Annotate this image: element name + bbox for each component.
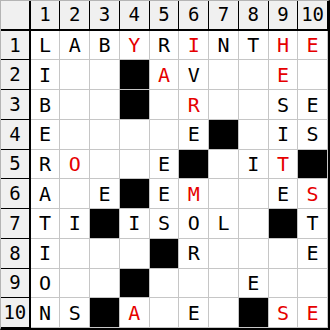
row-header-1: 1 (1, 31, 31, 61)
row-header-7: 7 (1, 209, 31, 239)
grid-cell-r8-c9[interactable] (269, 239, 299, 269)
grid-cell-r2-c5[interactable]: A (150, 60, 180, 90)
col-header-3: 3 (90, 1, 120, 31)
grid-cell-r9-c5[interactable] (150, 269, 180, 299)
grid-cell-r2-c9[interactable]: E (269, 60, 299, 90)
block-cell-r10-c8 (239, 298, 269, 328)
grid-cell-r3-c6[interactable]: R (179, 90, 209, 120)
grid-cell-r5-c3[interactable] (90, 150, 120, 180)
corner-cell (1, 1, 31, 31)
grid-cell-r3-c3[interactable] (90, 90, 120, 120)
grid-cell-r5-c2[interactable]: O (60, 150, 90, 180)
grid-cell-r3-c1[interactable]: B (31, 90, 61, 120)
grid-cell-r1-c3[interactable]: B (90, 31, 120, 61)
grid-cell-r6-c5[interactable]: E (150, 179, 180, 209)
grid-cell-r10-c10[interactable]: E (298, 298, 328, 328)
grid-cell-r8-c3[interactable] (90, 239, 120, 269)
grid-cell-r5-c1[interactable]: R (31, 150, 61, 180)
grid-cell-r5-c7[interactable] (209, 150, 239, 180)
block-cell-r5-c6 (179, 150, 209, 180)
grid-cell-r2-c7[interactable] (209, 60, 239, 90)
grid-cell-r8-c2[interactable] (60, 239, 90, 269)
grid-cell-r6-c9[interactable]: E (269, 179, 299, 209)
grid-cell-r1-c8[interactable]: T (239, 31, 269, 61)
row-header-10: 10 (1, 298, 31, 328)
block-cell-r2-c4 (120, 60, 150, 90)
grid-cell-r9-c2[interactable] (60, 269, 90, 299)
grid-cell-r6-c3[interactable]: E (90, 179, 120, 209)
grid-cell-r5-c4[interactable] (120, 150, 150, 180)
grid-cell-r5-c9[interactable]: T (269, 150, 299, 180)
grid-cell-r8-c4[interactable] (120, 239, 150, 269)
row-header-6: 6 (1, 179, 31, 209)
grid-cell-r6-c8[interactable] (239, 179, 269, 209)
grid-cell-r3-c5[interactable] (150, 90, 180, 120)
col-header-5: 5 (150, 1, 180, 31)
grid-cell-r5-c5[interactable]: E (150, 150, 180, 180)
grid-cell-r7-c10[interactable]: T (298, 209, 328, 239)
crossword-board: 123456789101LABYRINTHE2IAVE3BRSE4EEIS5RO… (0, 0, 330, 330)
block-cell-r3-c4 (120, 90, 150, 120)
row-header-4: 4 (1, 120, 31, 150)
grid-cell-r4-c10[interactable]: S (298, 120, 328, 150)
col-header-9: 9 (269, 1, 299, 31)
grid-cell-r9-c8[interactable]: E (239, 269, 269, 299)
block-cell-r4-c7 (209, 120, 239, 150)
grid-cell-r8-c6[interactable]: R (179, 239, 209, 269)
col-header-1: 1 (31, 1, 61, 31)
grid-cell-r3-c7[interactable] (209, 90, 239, 120)
grid-cell-r2-c3[interactable] (90, 60, 120, 90)
grid-cell-r2-c1[interactable]: I (31, 60, 61, 90)
grid-cell-r8-c8[interactable] (239, 239, 269, 269)
grid-cell-r10-c5[interactable] (150, 298, 180, 328)
grid-cell-r6-c7[interactable] (209, 179, 239, 209)
grid-cell-r6-c1[interactable]: A (31, 179, 61, 209)
grid-cell-r7-c7[interactable]: L (209, 209, 239, 239)
grid-cell-r3-c9[interactable]: S (269, 90, 299, 120)
block-cell-r6-c4 (120, 179, 150, 209)
grid-cell-r10-c2[interactable]: S (60, 298, 90, 328)
grid-cell-r1-c1[interactable]: L (31, 31, 61, 61)
row-header-3: 3 (1, 90, 31, 120)
grid-cell-r10-c4[interactable]: A (120, 298, 150, 328)
block-cell-r5-c10 (298, 150, 328, 180)
row-header-5: 5 (1, 150, 31, 180)
grid-cell-r7-c5[interactable]: S (150, 209, 180, 239)
grid-cell-r7-c8[interactable] (239, 209, 269, 239)
grid-cell-r2-c8[interactable] (239, 60, 269, 90)
grid-cell-r10-c9[interactable]: S (269, 298, 299, 328)
grid-cell-r3-c2[interactable] (60, 90, 90, 120)
grid-cell-r4-c8[interactable] (239, 120, 269, 150)
grid-cell-r9-c10[interactable] (298, 269, 328, 299)
grid-cell-r9-c9[interactable] (269, 269, 299, 299)
col-header-7: 7 (209, 1, 239, 31)
grid-cell-r1-c2[interactable]: A (60, 31, 90, 61)
grid-cell-r1-c5[interactable]: R (150, 31, 180, 61)
col-header-4: 4 (120, 1, 150, 31)
grid-cell-r4-c2[interactable] (60, 120, 90, 150)
grid-cell-r6-c6[interactable]: M (179, 179, 209, 209)
grid-cell-r1-c7[interactable]: N (209, 31, 239, 61)
grid-cell-r9-c1[interactable]: O (31, 269, 61, 299)
grid-cell-r4-c6[interactable]: E (179, 120, 209, 150)
grid-cell-r3-c8[interactable] (239, 90, 269, 120)
grid-cell-r5-c8[interactable]: I (239, 150, 269, 180)
grid-cell-r1-c6[interactable]: I (179, 31, 209, 61)
grid-cell-r4-c9[interactable]: I (269, 120, 299, 150)
grid-cell-r4-c3[interactable] (90, 120, 120, 150)
grid-cell-r9-c3[interactable] (90, 269, 120, 299)
col-header-6: 6 (179, 1, 209, 31)
grid-cell-r4-c1[interactable]: E (31, 120, 61, 150)
grid-cell-r7-c6[interactable]: O (179, 209, 209, 239)
grid-cell-r2-c6[interactable]: V (179, 60, 209, 90)
block-cell-r7-c9 (269, 209, 299, 239)
grid-cell-r3-c10[interactable]: E (298, 90, 328, 120)
grid-cell-r7-c2[interactable]: I (60, 209, 90, 239)
grid-cell-r9-c6[interactable] (179, 269, 209, 299)
grid-cell-r4-c4[interactable] (120, 120, 150, 150)
grid-cell-r10-c1[interactable]: N (31, 298, 61, 328)
block-cell-r10-c3 (90, 298, 120, 328)
grid-cell-r7-c1[interactable]: T (31, 209, 61, 239)
block-cell-r9-c4 (120, 269, 150, 299)
grid-cell-r8-c7[interactable] (209, 239, 239, 269)
grid-cell-r1-c9[interactable]: H (269, 31, 299, 61)
grid-cell-r10-c7[interactable] (209, 298, 239, 328)
grid-cell-r1-c10[interactable]: E (298, 31, 328, 61)
col-header-10: 10 (298, 1, 328, 31)
col-header-2: 2 (60, 1, 90, 31)
grid-cell-r6-c10[interactable]: S (298, 179, 328, 209)
grid-cell-r2-c10[interactable] (298, 60, 328, 90)
grid-cell-r8-c10[interactable]: E (298, 239, 328, 269)
row-header-8: 8 (1, 239, 31, 269)
grid-cell-r2-c2[interactable] (60, 60, 90, 90)
row-header-9: 9 (1, 269, 31, 299)
row-header-2: 2 (1, 60, 31, 90)
col-header-8: 8 (239, 1, 269, 31)
grid-cell-r6-c2[interactable] (60, 179, 90, 209)
grid-cell-r10-c6[interactable]: E (179, 298, 209, 328)
block-cell-r8-c5 (150, 239, 180, 269)
block-cell-r7-c3 (90, 209, 120, 239)
grid-cell-r8-c1[interactable]: I (31, 239, 61, 269)
grid-cell-r1-c4[interactable]: Y (120, 31, 150, 61)
grid-cell-r4-c5[interactable] (150, 120, 180, 150)
grid-cell-r7-c4[interactable]: I (120, 209, 150, 239)
grid-cell-r9-c7[interactable] (209, 269, 239, 299)
